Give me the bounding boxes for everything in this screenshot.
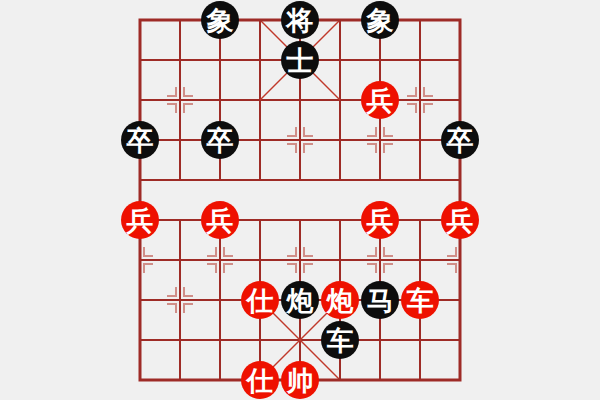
piece-red-advisor[interactable]: 仕	[241, 281, 279, 319]
piece-black-elephant[interactable]: 象	[201, 1, 239, 39]
piece-red-chariot[interactable]: 车	[401, 281, 439, 319]
piece-red-advisor[interactable]: 仕	[241, 361, 279, 399]
piece-black-soldier[interactable]: 卒	[201, 121, 239, 159]
piece-red-soldier[interactable]: 兵	[121, 201, 159, 239]
piece-black-chariot[interactable]: 车	[321, 321, 359, 359]
piece-red-soldier[interactable]: 兵	[441, 201, 479, 239]
piece-black-king[interactable]: 将	[281, 1, 319, 39]
piece-red-soldier[interactable]: 兵	[201, 201, 239, 239]
piece-black-cannon[interactable]: 炮	[281, 281, 319, 319]
piece-black-horse[interactable]: 马	[361, 281, 399, 319]
piece-black-advisor[interactable]: 士	[281, 41, 319, 79]
xiangqi-app: 象将象士兵卒卒卒兵兵兵兵仕炮炮马车车仕帅	[0, 0, 600, 400]
piece-red-soldier[interactable]: 兵	[361, 201, 399, 239]
piece-black-soldier[interactable]: 卒	[441, 121, 479, 159]
piece-red-soldier[interactable]: 兵	[361, 81, 399, 119]
piece-black-elephant[interactable]: 象	[361, 1, 399, 39]
piece-layer: 象将象士兵卒卒卒兵兵兵兵仕炮炮马车车仕帅	[120, 0, 480, 400]
piece-black-soldier[interactable]: 卒	[121, 121, 159, 159]
piece-red-cannon[interactable]: 炮	[321, 281, 359, 319]
piece-red-king[interactable]: 帅	[281, 361, 319, 399]
